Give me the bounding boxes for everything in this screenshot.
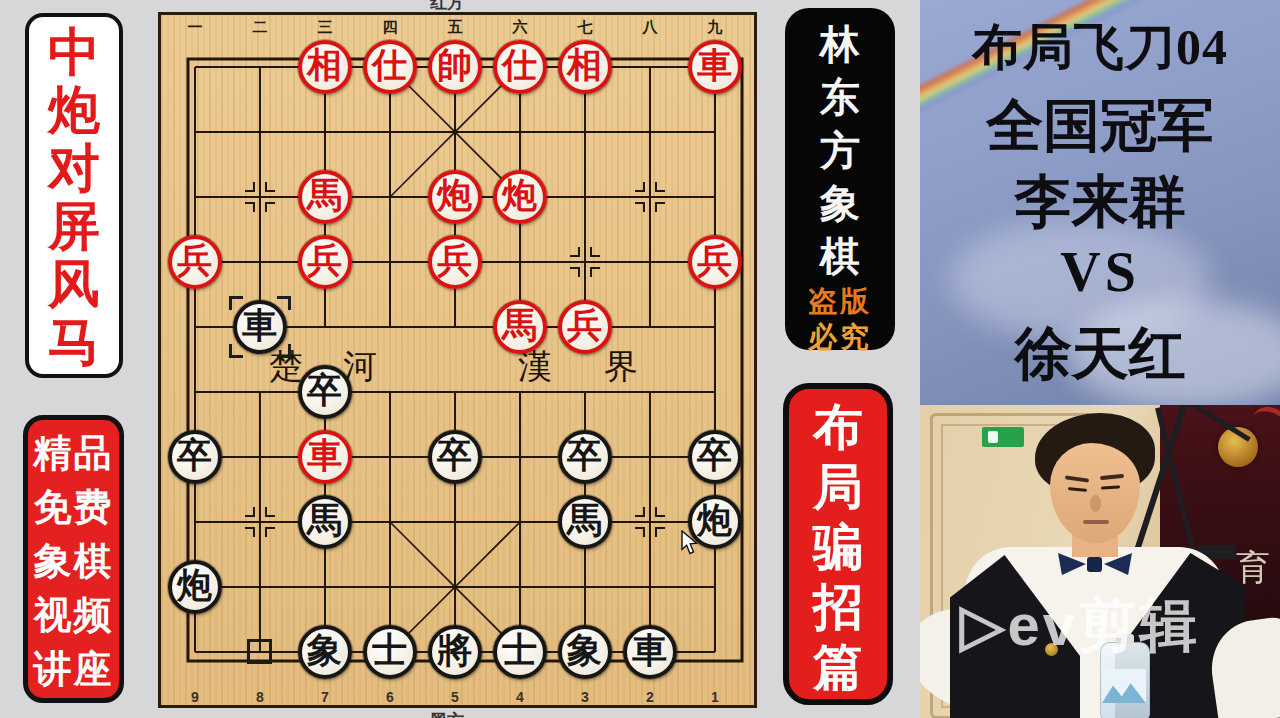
svg-text:四: 四 xyxy=(383,18,398,35)
black-side-label: 黑方 xyxy=(430,709,464,718)
piece-black-象-file7[interactable]: 象 xyxy=(558,625,612,679)
piece-red-兵-file3[interactable]: 兵 xyxy=(298,235,352,289)
opening-char: 马 xyxy=(48,313,100,371)
last-move-origin-marker xyxy=(247,639,272,664)
promo-line: 视频 xyxy=(34,588,114,642)
svg-text:三: 三 xyxy=(318,18,333,35)
player-photo-panel: 育 修 ▷ev剪 xyxy=(920,405,1280,718)
opening-char: 风 xyxy=(48,255,100,313)
episode-title: 布局飞刀04 xyxy=(920,14,1280,81)
piece-red-帥-file5[interactable]: 帥 xyxy=(428,40,482,94)
series-box: 布 局 骗 招 篇 xyxy=(783,383,893,705)
brand-char: 东 xyxy=(820,71,860,124)
piece-red-兵-file7[interactable]: 兵 xyxy=(558,300,612,354)
svg-text:9: 9 xyxy=(191,689,199,705)
opening-char: 对 xyxy=(48,139,100,197)
brand-char: 棋 xyxy=(820,230,860,283)
brand-char: 林 xyxy=(820,18,860,71)
piece-black-象-file3[interactable]: 象 xyxy=(298,625,352,679)
piece-red-相-file3[interactable]: 相 xyxy=(298,40,352,94)
svg-text:九: 九 xyxy=(707,18,723,35)
opening-title-box: 中 炮 对 屏 风 马 xyxy=(25,13,123,378)
brand-box: 林 东 方 象 棋 盗版 必究 xyxy=(785,8,895,350)
player-two-name: 徐天红 xyxy=(920,316,1280,393)
piece-red-馬-file3[interactable]: 馬 xyxy=(298,170,352,224)
piece-red-車-file9[interactable]: 車 xyxy=(688,40,742,94)
brand-char: 象 xyxy=(820,177,860,230)
promo-line: 免费 xyxy=(34,480,114,534)
svg-text:五: 五 xyxy=(448,18,463,35)
vs-label: VS xyxy=(920,240,1280,304)
series-char: 局 xyxy=(813,457,863,517)
series-char: 篇 xyxy=(813,637,863,697)
svg-text:7: 7 xyxy=(321,689,329,705)
piece-red-仕-file6[interactable]: 仕 xyxy=(493,40,547,94)
svg-text:七: 七 xyxy=(577,18,593,35)
svg-text:6: 6 xyxy=(386,689,394,705)
series-char: 骗 xyxy=(813,517,863,577)
opening-char: 屏 xyxy=(48,197,100,255)
svg-text:一: 一 xyxy=(188,18,203,35)
piece-red-兵-file5[interactable]: 兵 xyxy=(428,235,482,289)
svg-text:六: 六 xyxy=(512,18,528,35)
piece-red-仕-file4[interactable]: 仕 xyxy=(363,40,417,94)
xiangqi-board[interactable]: 一二三四五六七八九987654321 楚河 漢界 相仕帥仕相車馬炮炮兵兵兵兵馬兵… xyxy=(158,12,757,708)
svg-text:5: 5 xyxy=(451,689,459,705)
player-one-name: 李来群 xyxy=(920,164,1280,241)
title-photo-panel: 布局飞刀04 全国冠军 李来群 VS 徐天红 xyxy=(920,0,1280,405)
svg-text:2: 2 xyxy=(646,689,654,705)
opening-char: 炮 xyxy=(48,81,100,139)
promo-line: 精品 xyxy=(34,426,114,480)
piece-black-炮-file1[interactable]: 炮 xyxy=(168,560,222,614)
piece-grid: 相仕帥仕相車馬炮炮兵兵兵兵馬兵車車卒卒卒卒卒馬馬炮炮象士將士象車 xyxy=(162,34,747,684)
piece-black-士-file4[interactable]: 士 xyxy=(363,625,417,679)
exit-sign xyxy=(982,427,1024,447)
piece-black-車-file2[interactable]: 車 xyxy=(233,300,287,354)
piece-red-炮-file5[interactable]: 炮 xyxy=(428,170,482,224)
svg-text:4: 4 xyxy=(516,689,524,705)
series-char: 招 xyxy=(813,577,863,637)
piece-red-車-file3[interactable]: 車 xyxy=(298,430,352,484)
piece-black-馬-file7[interactable]: 馬 xyxy=(558,495,612,549)
svg-text:八: 八 xyxy=(642,18,659,35)
piece-black-炮-file9[interactable]: 炮 xyxy=(688,495,742,549)
piracy-warning-line: 盗版 xyxy=(808,283,872,319)
video-frame: 红方 黑方 一二三四五六七八九987654321 楚河 漢界 相仕帥仕相車馬炮炮… xyxy=(0,0,1280,718)
series-char: 布 xyxy=(813,397,863,457)
piece-black-士-file6[interactable]: 士 xyxy=(493,625,547,679)
piece-red-兵-file9[interactable]: 兵 xyxy=(688,235,742,289)
svg-text:二: 二 xyxy=(253,18,268,35)
piracy-warning-line: 必究 xyxy=(808,319,872,355)
piece-red-馬-file6[interactable]: 馬 xyxy=(493,300,547,354)
piece-red-炮-file6[interactable]: 炮 xyxy=(493,170,547,224)
watermark: ▷ev剪辑 xyxy=(960,587,1200,665)
piece-black-卒-file9[interactable]: 卒 xyxy=(688,430,742,484)
piece-black-卒-file3[interactable]: 卒 xyxy=(298,365,352,419)
promo-line: 讲座 xyxy=(34,642,114,696)
piece-black-卒-file7[interactable]: 卒 xyxy=(558,430,612,484)
piece-black-卒-file1[interactable]: 卒 xyxy=(168,430,222,484)
piece-black-卒-file5[interactable]: 卒 xyxy=(428,430,482,484)
opening-char: 中 xyxy=(48,23,100,81)
svg-text:1: 1 xyxy=(711,689,719,705)
svg-text:8: 8 xyxy=(256,689,264,705)
piece-black-車-file8[interactable]: 車 xyxy=(623,625,677,679)
svg-text:3: 3 xyxy=(581,689,589,705)
piece-black-馬-file3[interactable]: 馬 xyxy=(298,495,352,549)
piece-red-相-file7[interactable]: 相 xyxy=(558,40,612,94)
bow-tie xyxy=(1087,557,1102,572)
piece-red-兵-file1[interactable]: 兵 xyxy=(168,235,222,289)
brand-char: 方 xyxy=(820,124,860,177)
promo-line: 象棋 xyxy=(34,534,114,588)
piece-black-將-file5[interactable]: 將 xyxy=(428,625,482,679)
promo-box: 精品 免费 象棋 视频 讲座 xyxy=(23,415,124,703)
champion-label: 全国冠军 xyxy=(920,88,1280,165)
